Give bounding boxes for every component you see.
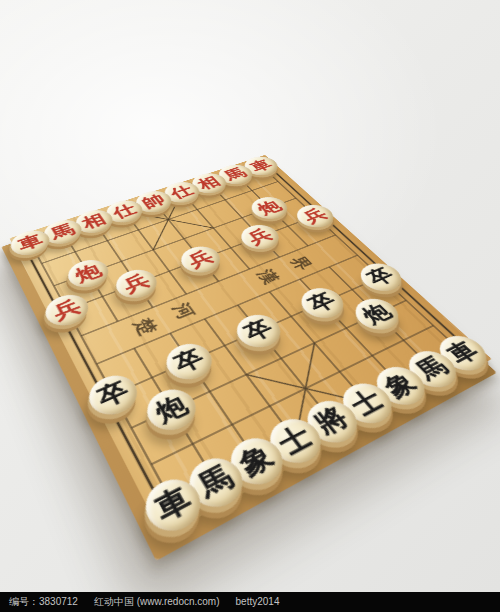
watermark-bar: 编号：3830712 红动中国 (www.redocn.com) betty20… — [0, 592, 500, 612]
piece-character: 兵 — [299, 206, 330, 225]
piece-character: 卒 — [170, 346, 208, 376]
piece-character: 炮 — [151, 392, 191, 426]
piece-black-soldier[interactable]: 卒 — [159, 338, 220, 386]
piece-character: 車 — [15, 232, 45, 253]
piece-character: 帥 — [139, 192, 168, 210]
piece-character: 馬 — [48, 222, 78, 242]
site-credit: 红动中国 (www.redocn.com) — [94, 597, 220, 607]
piece-character: 仕 — [167, 183, 196, 200]
piece-black-soldier[interactable]: 卒 — [229, 309, 288, 353]
photo-page: 楚 河 漢 界 車馬相仕帥仕相馬車炮炮兵兵兵兵兵卒卒卒卒卒炮炮車馬象士將士象馬車… — [0, 0, 500, 612]
piece-character: 炮 — [72, 262, 104, 285]
piece-character: 馬 — [193, 461, 237, 502]
piece-character: 卒 — [240, 317, 277, 344]
xiangqi-board[interactable]: 楚 河 漢 界 車馬相仕帥仕相馬車炮炮兵兵兵兵兵卒卒卒卒卒炮炮車馬象士將士象馬車 — [9, 155, 491, 537]
board-scene: 楚 河 漢 界 車馬相仕帥仕相馬車炮炮兵兵兵兵兵卒卒卒卒卒炮炮車馬象士將士象馬車 — [0, 0, 500, 592]
piece-red-soldier[interactable]: 兵 — [40, 290, 94, 331]
image-id-label: 编号：3830712 — [9, 597, 78, 607]
photo-background: 楚 河 漢 界 車馬相仕帥仕相馬車炮炮兵兵兵兵兵卒卒卒卒卒炮炮車馬象士將士象馬車 — [0, 0, 500, 592]
author-credit: betty2014 — [236, 597, 280, 607]
piece-red-soldier[interactable]: 兵 — [290, 201, 340, 231]
piece-character: 炮 — [358, 301, 395, 327]
piece-character: 炮 — [254, 198, 284, 216]
piece-character: 車 — [150, 482, 195, 525]
piece-character: 卒 — [304, 290, 340, 315]
piece-character: 卒 — [94, 378, 132, 411]
piece-black-soldier[interactable]: 卒 — [353, 259, 410, 296]
piece-character: 仕 — [110, 202, 139, 220]
piece-character: 兵 — [120, 271, 153, 295]
piece-character: 兵 — [50, 297, 84, 323]
piece-character: 兵 — [244, 226, 276, 246]
piece-black-soldier[interactable]: 卒 — [294, 283, 352, 324]
piece-red-soldier[interactable]: 兵 — [110, 265, 163, 303]
piece-character: 兵 — [184, 248, 216, 270]
piece-character: 相 — [79, 211, 108, 230]
piece-red-soldier[interactable]: 兵 — [235, 221, 286, 254]
piece-black-cannon[interactable]: 炮 — [347, 294, 407, 336]
piece-red-cannon[interactable]: 炮 — [245, 193, 294, 223]
piece-layer: 車馬相仕帥仕相馬車炮炮兵兵兵兵兵卒卒卒卒卒炮炮車馬象士將士象馬車 — [9, 155, 491, 537]
piece-black-cannon[interactable]: 炮 — [139, 383, 204, 438]
piece-red-soldier[interactable]: 兵 — [175, 242, 227, 277]
piece-character: 卒 — [363, 265, 398, 288]
piece-red-cannon[interactable]: 炮 — [63, 255, 115, 292]
piece-black-soldier[interactable]: 卒 — [82, 369, 144, 422]
